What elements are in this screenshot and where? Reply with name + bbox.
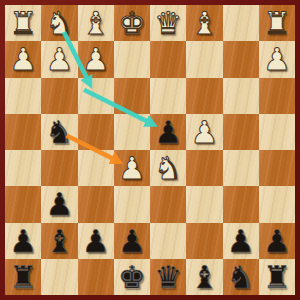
square-e6[interactable] [114,186,150,222]
square-f3[interactable] [78,78,114,114]
square-b5[interactable] [223,150,259,186]
square-f7[interactable]: ♟ [78,223,114,259]
square-c6[interactable] [186,186,222,222]
white-rook-a1[interactable]: ♜ [263,5,291,41]
square-b4[interactable] [223,114,259,150]
square-e3[interactable] [114,78,150,114]
square-f1[interactable]: ♝ [78,5,114,41]
square-f4[interactable] [78,114,114,150]
square-e8[interactable]: ♚ [114,259,150,295]
square-d6[interactable] [150,186,186,222]
black-rook-a8[interactable]: ♜ [263,259,291,295]
white-bishop-c1[interactable]: ♝ [190,5,218,41]
square-f5[interactable] [78,150,114,186]
square-e4[interactable] [114,114,150,150]
square-g1[interactable]: ♞ [41,5,77,41]
white-pawn-c4[interactable]: ♟ [190,114,218,150]
square-d3[interactable] [150,78,186,114]
square-c5[interactable] [186,150,222,186]
square-f2[interactable]: ♟ [78,41,114,77]
square-a7[interactable]: ♟ [259,223,295,259]
white-knight-d5[interactable]: ♞ [154,150,182,186]
black-rook-h8[interactable]: ♜ [9,259,37,295]
square-h6[interactable] [5,186,41,222]
square-c8[interactable]: ♝ [186,259,222,295]
white-rook-h1[interactable]: ♜ [9,5,37,41]
black-pawn-f7[interactable]: ♟ [82,223,110,259]
black-bishop-g7[interactable]: ♝ [45,223,73,259]
square-g6[interactable]: ♟ [41,186,77,222]
square-d5[interactable]: ♞ [150,150,186,186]
square-f8[interactable] [78,259,114,295]
square-b7[interactable]: ♟ [223,223,259,259]
square-h8[interactable]: ♜ [5,259,41,295]
square-h2[interactable]: ♟ [5,41,41,77]
square-d7[interactable] [150,223,186,259]
white-pawn-e5[interactable]: ♟ [118,150,146,186]
square-g2[interactable]: ♟ [41,41,77,77]
square-c1[interactable]: ♝ [186,5,222,41]
square-e1[interactable]: ♚ [114,5,150,41]
square-b3[interactable] [223,78,259,114]
black-bishop-c8[interactable]: ♝ [190,259,218,295]
square-e7[interactable]: ♟ [114,223,150,259]
white-bishop-f1[interactable]: ♝ [82,5,110,41]
square-a2[interactable]: ♟ [259,41,295,77]
square-b1[interactable] [223,5,259,41]
square-b6[interactable] [223,186,259,222]
square-e2[interactable] [114,41,150,77]
chess-app-window: ♜♞♝♚♛♝♜♟♟♟♟♞♟♟♟♞♟♟♝♟♟♟♟♜♚♛♝♞♜ [0,0,300,300]
square-h5[interactable] [5,150,41,186]
square-c7[interactable] [186,223,222,259]
black-king-e8[interactable]: ♚ [118,259,146,295]
square-a3[interactable] [259,78,295,114]
white-pawn-g2[interactable]: ♟ [45,41,73,77]
square-c2[interactable] [186,41,222,77]
square-h4[interactable] [5,114,41,150]
square-d2[interactable] [150,41,186,77]
white-king-e1[interactable]: ♚ [118,5,146,41]
square-g7[interactable]: ♝ [41,223,77,259]
square-h7[interactable]: ♟ [5,223,41,259]
square-a5[interactable] [259,150,295,186]
white-pawn-f2[interactable]: ♟ [82,41,110,77]
square-c4[interactable]: ♟ [186,114,222,150]
square-h1[interactable]: ♜ [5,5,41,41]
square-h3[interactable] [5,78,41,114]
square-g3[interactable] [41,78,77,114]
black-pawn-b7[interactable]: ♟ [227,223,255,259]
square-d8[interactable]: ♛ [150,259,186,295]
white-queen-d1[interactable]: ♛ [154,5,182,41]
black-knight-b8[interactable]: ♞ [227,259,255,295]
black-pawn-g6[interactable]: ♟ [45,186,73,222]
black-pawn-a7[interactable]: ♟ [263,223,291,259]
black-pawn-d4[interactable]: ♟ [154,114,182,150]
square-b2[interactable] [223,41,259,77]
square-b8[interactable]: ♞ [223,259,259,295]
white-knight-g1[interactable]: ♞ [45,5,73,41]
square-d1[interactable]: ♛ [150,5,186,41]
square-a4[interactable] [259,114,295,150]
black-knight-g4[interactable]: ♞ [45,114,73,150]
square-c3[interactable] [186,78,222,114]
square-a8[interactable]: ♜ [259,259,295,295]
square-e5[interactable]: ♟ [114,150,150,186]
white-pawn-a2[interactable]: ♟ [263,41,291,77]
square-a1[interactable]: ♜ [259,5,295,41]
black-pawn-h7[interactable]: ♟ [9,223,37,259]
square-a6[interactable] [259,186,295,222]
square-g4[interactable]: ♞ [41,114,77,150]
chess-board: ♜♞♝♚♛♝♜♟♟♟♟♞♟♟♟♞♟♟♝♟♟♟♟♜♚♛♝♞♜ [5,5,295,295]
black-pawn-e7[interactable]: ♟ [118,223,146,259]
square-d4[interactable]: ♟ [150,114,186,150]
black-queen-d8[interactable]: ♛ [154,259,182,295]
square-f6[interactable] [78,186,114,222]
white-pawn-h2[interactable]: ♟ [9,41,37,77]
square-g8[interactable] [41,259,77,295]
square-g5[interactable] [41,150,77,186]
